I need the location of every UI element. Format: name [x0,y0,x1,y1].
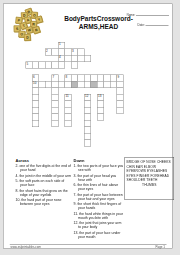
clue-number: 9 [118,75,120,78]
page-title-line2: ARMS,HEAD [59,23,139,31]
clue-item: 13. the part of your face under your mou… [74,231,124,239]
grid-cell [65,120,72,127]
clue-number: 4 [59,56,61,59]
across-list: 2. one of the five digits at the end of … [16,164,72,208]
page-title: BodyPartsCrossword- ARMS,HEAD [59,15,139,31]
clue-item: 4. the joint in the middle of your arm [16,174,72,178]
down-list: 1. the two parts of your face you see wi… [74,164,124,240]
word-bank-lines: BRIDGE OF NOSE CHEEKSCHIN EAR ELBOWEYEBR… [127,160,173,187]
clue-item: 11. the hard white things in your mouth … [74,212,124,220]
clue-number: 10 [33,82,36,85]
grid-cell [84,140,91,147]
clue-number: 7 [53,75,55,78]
grid-cell [52,120,59,127]
grid-cell [58,62,65,69]
logo-tile: R [32,26,40,34]
clue-item: 2. one of the five digits at the end of … [16,164,72,172]
clue-number: 12 [85,95,88,98]
clue-number: 6 [33,75,35,78]
clue-item: 6. the thin lines of hair above your eye… [74,183,124,191]
clue-number: 11 [66,95,69,98]
page-title-line1: BodyPartsCrossword- [59,15,139,23]
grid-cell [97,114,104,121]
clue-number: 8 [66,75,68,78]
worksheet-scaler: BODYPARTSWORD BodyPartsCrossword- ARMS,H… [0,0,180,255]
across-header: Across [16,158,30,163]
clue-number: 5 [27,62,29,65]
grid-cell [84,55,91,62]
clue-item: 1. the two parts of your face you see wi… [74,164,124,172]
clue-item: 7. the part of your face between your ha… [74,193,124,201]
footer-divider [10,244,167,245]
footer-source-text: www.eslprintables.com [11,246,42,249]
clue-item: 8. the short hairs that grow on the edge… [16,189,72,197]
worksheet-page: BODYPARTSWORD BodyPartsCrossword- ARMS,H… [3,4,173,249]
logo-tile: D [24,34,31,41]
clue-number: 2 [46,49,48,52]
clue-number: 1 [59,43,61,46]
page-number: Page 1 [155,246,165,249]
clue-item: 12. the joint that joins your arm to you… [74,221,124,229]
word-bank-box: BRIDGE OF NOSE CHEEKSCHIN EAR ELBOWEYEBR… [125,157,175,200]
name-blank-line [136,12,169,16]
grid-cell [32,120,39,127]
clue-item: 9. the short thick first fingers of your… [74,202,124,210]
date-blank-line [146,22,169,26]
clue-item: 5. the soft parts on each side of your f… [16,179,72,187]
name-label: Name: [127,13,136,16]
date-label: Date: [138,23,145,26]
crossword-grid: 12345678910111213 [26,42,126,148]
clue-number: 13 [98,95,101,98]
name-field: Name: [127,12,174,16]
crossword-tiles-logo: BODYPARTSWORD [8,5,60,46]
clue-item: 10. the hard part of your nose between y… [16,198,72,206]
word-bank-line: THUMBS [127,182,173,187]
grid-cell [117,107,124,114]
clue-number: 3 [72,49,74,52]
down-header: Down [74,158,85,163]
clue-item: 3. the part of your head you hear with [74,174,124,182]
date-field: Date: [138,22,174,26]
grid-cell [71,62,78,69]
